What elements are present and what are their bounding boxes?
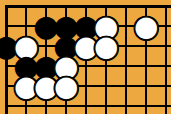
white-stone[interactable]: ●	[95, 35, 117, 57]
grid-line-horizontal	[5, 105, 172, 107]
go-board[interactable]: ●●●●●●●●●●●●●●●●	[0, 0, 171, 114]
grid-line-vertical	[165, 5, 167, 115]
grid-line-vertical	[125, 5, 127, 115]
white-stone[interactable]: ●	[135, 15, 157, 37]
white-stone[interactable]: ●	[55, 75, 77, 97]
